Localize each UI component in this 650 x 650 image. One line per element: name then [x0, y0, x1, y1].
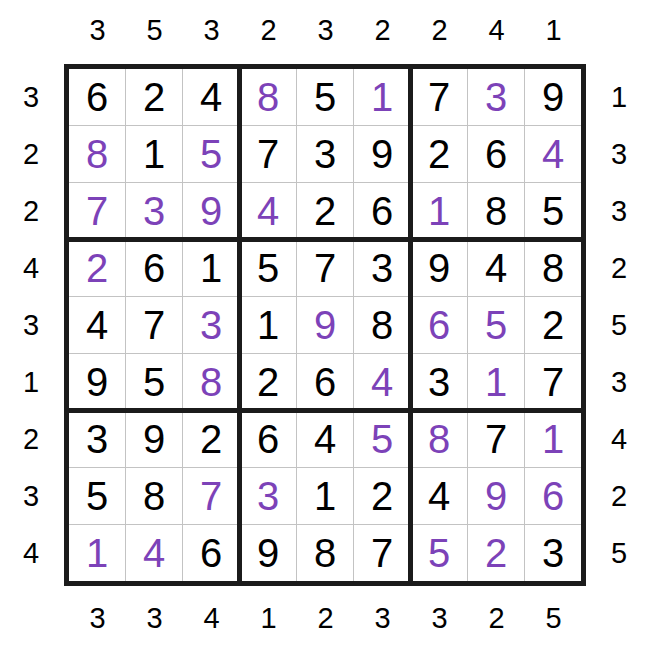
cell-r5c4[interactable]: 1	[240, 297, 296, 353]
cell-r4c4[interactable]: 5	[240, 240, 296, 296]
cell-r7c1[interactable]: 3	[69, 411, 125, 467]
cell-r7c3[interactable]: 2	[183, 411, 239, 467]
cell-r2c7[interactable]: 2	[411, 126, 467, 182]
cell-r7c4[interactable]: 6	[240, 411, 296, 467]
cell-r3c3[interactable]: 9	[183, 183, 239, 239]
cell-r5c5[interactable]: 9	[297, 297, 353, 353]
cell-r9c5[interactable]: 8	[297, 525, 353, 581]
cell-r4c9[interactable]: 8	[525, 240, 581, 296]
cell-r8c7[interactable]: 4	[411, 468, 467, 524]
cell-r3c6[interactable]: 6	[354, 183, 410, 239]
cell-r4c8[interactable]: 4	[468, 240, 524, 296]
cell-r1c6[interactable]: 1	[354, 69, 410, 125]
clue-top-7: 2	[411, 10, 468, 50]
clue-top-1: 3	[69, 10, 126, 50]
cell-r3c5[interactable]: 2	[297, 183, 353, 239]
cell-r2c8[interactable]: 6	[468, 126, 524, 182]
cell-r8c3[interactable]: 7	[183, 468, 239, 524]
clue-top-9: 1	[525, 10, 582, 50]
cell-r6c3[interactable]: 8	[183, 354, 239, 410]
clue-right-6: 3	[599, 354, 639, 411]
cell-r8c9[interactable]: 6	[525, 468, 581, 524]
cell-r3c8[interactable]: 8	[468, 183, 524, 239]
clue-bottom-8: 2	[468, 598, 525, 638]
cell-r3c9[interactable]: 5	[525, 183, 581, 239]
skyscraper-sudoku-puzzle: 6248517398157392647394261852615739484731…	[0, 0, 650, 650]
cell-r6c8[interactable]: 1	[468, 354, 524, 410]
cell-r4c3[interactable]: 1	[183, 240, 239, 296]
cell-r9c4[interactable]: 9	[240, 525, 296, 581]
cell-r6c1[interactable]: 9	[69, 354, 125, 410]
cell-r9c8[interactable]: 2	[468, 525, 524, 581]
cell-r4c2[interactable]: 6	[126, 240, 182, 296]
cell-r1c7[interactable]: 7	[411, 69, 467, 125]
clue-right-2: 3	[599, 126, 639, 183]
clue-right-7: 4	[599, 411, 639, 468]
cell-r2c9[interactable]: 4	[525, 126, 581, 182]
cell-r1c4[interactable]: 8	[240, 69, 296, 125]
cell-r7c8[interactable]: 7	[468, 411, 524, 467]
clue-left-8: 3	[11, 468, 51, 525]
cell-r2c4[interactable]: 7	[240, 126, 296, 182]
cell-r4c5[interactable]: 7	[297, 240, 353, 296]
cell-r3c1[interactable]: 7	[69, 183, 125, 239]
clue-left-2: 2	[11, 126, 51, 183]
clue-top-8: 4	[468, 10, 525, 50]
cell-r9c3[interactable]: 6	[183, 525, 239, 581]
cell-r9c6[interactable]: 7	[354, 525, 410, 581]
cell-r6c4[interactable]: 2	[240, 354, 296, 410]
cell-r2c1[interactable]: 8	[69, 126, 125, 182]
cell-r3c4[interactable]: 4	[240, 183, 296, 239]
clue-top-4: 2	[240, 10, 297, 50]
cell-r7c2[interactable]: 9	[126, 411, 182, 467]
cell-r7c7[interactable]: 8	[411, 411, 467, 467]
cell-r6c6[interactable]: 4	[354, 354, 410, 410]
clue-left-6: 1	[11, 354, 51, 411]
clue-right-1: 1	[599, 69, 639, 126]
cell-r5c9[interactable]: 2	[525, 297, 581, 353]
clue-left-7: 2	[11, 411, 51, 468]
cell-r4c1[interactable]: 2	[69, 240, 125, 296]
cell-r5c7[interactable]: 6	[411, 297, 467, 353]
cell-r1c3[interactable]: 4	[183, 69, 239, 125]
cell-r8c1[interactable]: 5	[69, 468, 125, 524]
cell-r4c6[interactable]: 3	[354, 240, 410, 296]
clue-bottom-2: 3	[126, 598, 183, 638]
cell-r9c9[interactable]: 3	[525, 525, 581, 581]
clue-left-1: 3	[11, 69, 51, 126]
clue-left-3: 2	[11, 183, 51, 240]
clue-top-6: 2	[354, 10, 411, 50]
clue-right-4: 2	[599, 240, 639, 297]
clue-bottom-1: 3	[69, 598, 126, 638]
clue-left-5: 3	[11, 297, 51, 354]
clue-bottom-7: 3	[411, 598, 468, 638]
cell-r1c9[interactable]: 9	[525, 69, 581, 125]
cell-r5c6[interactable]: 8	[354, 297, 410, 353]
clue-bottom-4: 1	[240, 598, 297, 638]
cell-r6c2[interactable]: 5	[126, 354, 182, 410]
clue-top-5: 3	[297, 10, 354, 50]
cell-r1c2[interactable]: 2	[126, 69, 182, 125]
cell-r6c7[interactable]: 3	[411, 354, 467, 410]
cell-r4c7[interactable]: 9	[411, 240, 467, 296]
cell-r9c2[interactable]: 4	[126, 525, 182, 581]
cell-r3c2[interactable]: 3	[126, 183, 182, 239]
cell-r1c8[interactable]: 3	[468, 69, 524, 125]
cell-r8c8[interactable]: 9	[468, 468, 524, 524]
cell-r1c5[interactable]: 5	[297, 69, 353, 125]
clue-left-4: 4	[11, 240, 51, 297]
clue-bottom-5: 2	[297, 598, 354, 638]
cell-r2c3[interactable]: 5	[183, 126, 239, 182]
sudoku-board: 6248517398157392647394261852615739484731…	[64, 64, 586, 586]
clue-left-9: 4	[11, 525, 51, 582]
clue-right-3: 3	[599, 183, 639, 240]
cell-r9c1[interactable]: 1	[69, 525, 125, 581]
clue-right-8: 2	[599, 468, 639, 525]
cell-r8c4[interactable]: 3	[240, 468, 296, 524]
cell-r9c7[interactable]: 5	[411, 525, 467, 581]
clue-right-5: 5	[599, 297, 639, 354]
cell-r5c3[interactable]: 3	[183, 297, 239, 353]
clue-right-9: 5	[599, 525, 639, 582]
cell-r1c1[interactable]: 6	[69, 69, 125, 125]
clue-bottom-3: 4	[183, 598, 240, 638]
cell-r6c5[interactable]: 6	[297, 354, 353, 410]
clue-top-2: 5	[126, 10, 183, 50]
cell-r7c6[interactable]: 5	[354, 411, 410, 467]
cell-r5c8[interactable]: 5	[468, 297, 524, 353]
cell-r3c7[interactable]: 1	[411, 183, 467, 239]
clue-bottom-6: 3	[354, 598, 411, 638]
cell-r7c5[interactable]: 4	[297, 411, 353, 467]
cell-r8c5[interactable]: 1	[297, 468, 353, 524]
cell-r2c2[interactable]: 1	[126, 126, 182, 182]
clue-top-3: 3	[183, 10, 240, 50]
cell-r7c9[interactable]: 1	[525, 411, 581, 467]
cell-r2c6[interactable]: 9	[354, 126, 410, 182]
cell-r5c1[interactable]: 4	[69, 297, 125, 353]
cell-r5c2[interactable]: 7	[126, 297, 182, 353]
cell-r8c2[interactable]: 8	[126, 468, 182, 524]
cell-r8c6[interactable]: 2	[354, 468, 410, 524]
cell-r6c9[interactable]: 7	[525, 354, 581, 410]
clue-bottom-9: 5	[525, 598, 582, 638]
cell-r2c5[interactable]: 3	[297, 126, 353, 182]
